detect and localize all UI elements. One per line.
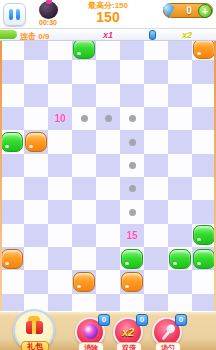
board-cell-r10c4[interactable]	[96, 270, 120, 293]
board-cell-r5c3[interactable]	[72, 154, 96, 177]
board-cell-r7c8[interactable]	[192, 200, 216, 223]
hint-path-dot	[105, 115, 112, 122]
board-right-border	[214, 28, 216, 311]
add-gems-button[interactable]: +	[198, 4, 212, 18]
board-cell-r2c6[interactable]	[144, 84, 168, 107]
board-cell-r1c7[interactable]	[168, 60, 192, 83]
board-cell-r9c1[interactable]	[24, 247, 48, 270]
board-cell-r10c0[interactable]	[0, 270, 24, 293]
board-cell-r7c4[interactable]	[96, 200, 120, 223]
orange-jelly-r10c5[interactable]	[121, 272, 143, 292]
board-cell-r4c4[interactable]	[96, 130, 120, 153]
puzzle-board[interactable]: 1015	[0, 37, 216, 317]
board-cell-r5c4[interactable]	[96, 154, 120, 177]
double-count-badge: 0	[136, 314, 148, 326]
orange-jelly-r10c3[interactable]	[73, 272, 95, 292]
multiplier-x2-marker: x2	[182, 30, 192, 40]
board-cell-r9c2[interactable]	[48, 247, 72, 270]
board-cell-r3c8[interactable]	[192, 107, 216, 130]
bottom-toolbar: 礼包 0 消除 x2 0 双倍 0 汤勺	[0, 311, 216, 350]
board-cell-r4c8[interactable]	[192, 130, 216, 153]
candy-ball-icon	[83, 324, 98, 339]
board-cell-r7c1[interactable]	[24, 200, 48, 223]
bar-character-icon	[149, 30, 156, 40]
board-cell-r2c4[interactable]	[96, 84, 120, 107]
hint-path-dot	[129, 139, 136, 146]
board-cell-r1c2[interactable]	[48, 60, 72, 83]
board-cell-r5c0[interactable]	[0, 154, 24, 177]
board-cell-r10c8[interactable]	[192, 270, 216, 293]
board-cell-r9c6[interactable]	[144, 247, 168, 270]
multiplier-x1-marker: x1	[103, 30, 113, 40]
multiplier-progress-label: 连击 0/9	[20, 31, 49, 42]
green-jelly-r8c8[interactable]	[193, 225, 215, 245]
board-cell-r6c4[interactable]	[96, 177, 120, 200]
current-score: 150	[63, 11, 153, 24]
board-cell-r5c1[interactable]	[24, 154, 48, 177]
board-cell-r5c6[interactable]	[144, 154, 168, 177]
multiplier-fill	[0, 30, 17, 39]
board-cell-r7c3[interactable]	[72, 200, 96, 223]
hint-score-number: 10	[48, 113, 72, 124]
bomb-icon	[39, 1, 58, 19]
x2-icon: x2	[115, 326, 141, 338]
powerup-eliminate-button[interactable]: 0 消除	[75, 317, 105, 347]
board-cell-r6c3[interactable]	[72, 177, 96, 200]
orange-jelly-r4c1[interactable]	[25, 132, 47, 152]
board-cell-r10c1[interactable]	[24, 270, 48, 293]
board-cell-r9c4[interactable]	[96, 247, 120, 270]
board-cell-r2c2[interactable]	[48, 84, 72, 107]
hint-path-dot	[129, 115, 136, 122]
hint-path-dot	[129, 209, 136, 216]
bomb-timer-widget: 00:30	[33, 0, 63, 28]
board-left-border	[0, 28, 2, 311]
board-cell-r7c0[interactable]	[0, 200, 24, 223]
board-cell-r2c7[interactable]	[168, 84, 192, 107]
board-cell-r1c4[interactable]	[96, 60, 120, 83]
multiplier-progress-bar: 连击 0/9 x1 x2	[0, 28, 216, 41]
board-cell-r6c1[interactable]	[24, 177, 48, 200]
board-cell-r3c7[interactable]	[168, 107, 192, 130]
orange-jelly-r9c0[interactable]	[1, 249, 23, 269]
board-cell-r6c6[interactable]	[144, 177, 168, 200]
game-screen: 1015 00:30 最高分:150 150 0 + 连击 0/9 x1 x2 …	[0, 0, 216, 350]
powerup-double-button[interactable]: x2 0 双倍	[113, 317, 143, 347]
powerup-spoon-button[interactable]: 0 汤勺	[152, 317, 182, 347]
board-cell-r7c2[interactable]	[48, 200, 72, 223]
board-cell-r1c0[interactable]	[0, 60, 24, 83]
board-cell-r3c6[interactable]	[144, 107, 168, 130]
gem-counter: 0 +	[163, 3, 213, 18]
gem-icon	[161, 3, 176, 18]
pause-button[interactable]	[3, 3, 26, 26]
board-cell-r8c0[interactable]	[0, 224, 24, 247]
green-jelly-r9c7[interactable]	[169, 249, 191, 269]
gift-icon	[26, 321, 43, 334]
board-cell-r7c7[interactable]	[168, 200, 192, 223]
board-cell-r4c3[interactable]	[72, 130, 96, 153]
double-label: 双倍	[116, 342, 142, 350]
spoon-count-badge: 0	[175, 314, 187, 326]
top-hud: 00:30 最高分:150 150 0 +	[0, 0, 216, 28]
board-cell-r1c1[interactable]	[24, 60, 48, 83]
board-cell-r2c1[interactable]	[24, 84, 48, 107]
board-cell-r4c7[interactable]	[168, 130, 192, 153]
board-cell-r3c0[interactable]	[0, 107, 24, 130]
board-cell-r8c2[interactable]	[48, 224, 72, 247]
board-cell-r1c3[interactable]	[72, 60, 96, 83]
hint-path-dot	[129, 185, 136, 192]
board-cell-r5c8[interactable]	[192, 154, 216, 177]
board-cell-r6c0[interactable]	[0, 177, 24, 200]
board-cell-r10c6[interactable]	[144, 270, 168, 293]
bomb-timer-text: 00:30	[33, 19, 63, 26]
gift-pack-button[interactable]: 礼包	[13, 309, 55, 350]
eliminate-label: 消除	[78, 342, 104, 350]
orange-jelly-r0c8[interactable]	[193, 39, 215, 59]
board-cell-r1c6[interactable]	[144, 60, 168, 83]
board-cell-r3c1[interactable]	[24, 107, 48, 130]
board-cell-r4c2[interactable]	[48, 130, 72, 153]
hint-path-dot	[129, 162, 136, 169]
board-cell-r1c8[interactable]	[192, 60, 216, 83]
board-cell-r4c6[interactable]	[144, 130, 168, 153]
board-cell-r8c6[interactable]	[144, 224, 168, 247]
green-jelly-r9c5[interactable]	[121, 249, 143, 269]
hint-path-dot	[81, 115, 88, 122]
score-panel: 最高分:150 150	[63, 0, 153, 24]
board-cell-r2c3[interactable]	[72, 84, 96, 107]
gift-pack-label: 礼包	[21, 341, 49, 350]
hint-score-number: 15	[120, 230, 144, 241]
board-cell-r5c7[interactable]	[168, 154, 192, 177]
board-cell-r2c5[interactable]	[120, 84, 144, 107]
spoon-label: 汤勺	[155, 342, 181, 350]
board-cell-r2c8[interactable]	[192, 84, 216, 107]
board-cell-r8c4[interactable]	[96, 224, 120, 247]
board-cell-r7c6[interactable]	[144, 200, 168, 223]
board-cell-r1c5[interactable]	[120, 60, 144, 83]
board-cell-r9c3[interactable]	[72, 247, 96, 270]
green-jelly-r9c8[interactable]	[193, 249, 215, 269]
board-cell-r10c7[interactable]	[168, 270, 192, 293]
eliminate-count-badge: 0	[98, 314, 110, 326]
board-cell-r10c2[interactable]	[48, 270, 72, 293]
green-jelly-r4c0[interactable]	[1, 132, 23, 152]
board-cell-r8c3[interactable]	[72, 224, 96, 247]
board-cell-r8c7[interactable]	[168, 224, 192, 247]
board-cell-r2c0[interactable]	[0, 84, 24, 107]
board-cell-r6c7[interactable]	[168, 177, 192, 200]
board-cell-r6c2[interactable]	[48, 177, 72, 200]
green-jelly-r0c3[interactable]	[73, 39, 95, 59]
board-cell-r6c8[interactable]	[192, 177, 216, 200]
board-cell-r8c1[interactable]	[24, 224, 48, 247]
board-cell-r5c2[interactable]	[48, 154, 72, 177]
